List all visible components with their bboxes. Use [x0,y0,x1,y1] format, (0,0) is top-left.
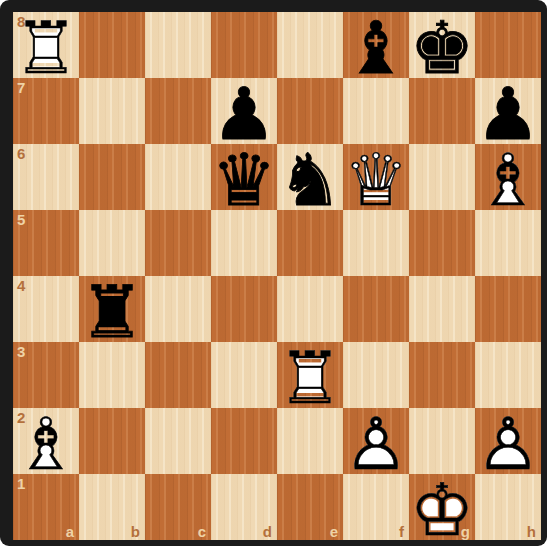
square-d5[interactable] [211,210,277,276]
square-e3[interactable]: ♜♖ [277,342,343,408]
white-rook[interactable]: ♜♖ [13,12,79,78]
square-a7[interactable]: 7 [13,78,79,144]
square-h3[interactable] [475,342,541,408]
white-bishop-glyph-fill: ♝ [13,411,79,477]
square-d1[interactable]: d [211,474,277,540]
square-h1[interactable]: h [475,474,541,540]
square-c4[interactable] [145,276,211,342]
white-bishop-glyph-fill: ♝ [475,147,541,213]
square-d2[interactable] [211,408,277,474]
white-rook-glyph-fill: ♜ [277,345,343,411]
black-bishop-glyph: ♝ [343,15,409,81]
rank-label-4: 4 [17,278,25,293]
square-d6[interactable]: ♛ [211,144,277,210]
white-king-glyph-outline: ♔ [409,477,475,543]
square-a6[interactable]: 6 [13,144,79,210]
square-c5[interactable] [145,210,211,276]
square-a8[interactable]: 8♜♖ [13,12,79,78]
chess-board-frame: 8♜♖♝♚7♟♟6♛♞♛♕♝♗54♜3♜♖2♝♗♟♙♟♙1abcdefg♚♔h [0,0,547,546]
square-f3[interactable] [343,342,409,408]
file-label-c: c [198,524,206,539]
white-rook[interactable]: ♜♖ [277,342,343,408]
square-c3[interactable] [145,342,211,408]
rank-label-3: 3 [17,344,25,359]
black-knight[interactable]: ♞ [277,144,343,210]
black-queen-glyph: ♛ [211,147,277,213]
square-c8[interactable] [145,12,211,78]
white-pawn-glyph-fill: ♟ [343,411,409,477]
file-label-h: h [527,524,536,539]
square-a2[interactable]: 2♝♗ [13,408,79,474]
square-f6[interactable]: ♛♕ [343,144,409,210]
square-e1[interactable]: e [277,474,343,540]
square-a3[interactable]: 3 [13,342,79,408]
black-king-glyph: ♚ [409,15,475,81]
square-h8[interactable] [475,12,541,78]
rank-label-6: 6 [17,146,25,161]
square-h5[interactable] [475,210,541,276]
white-bishop-glyph-outline: ♗ [475,147,541,213]
white-queen-glyph-outline: ♕ [343,147,409,213]
black-pawn[interactable]: ♟ [475,78,541,144]
square-e5[interactable] [277,210,343,276]
black-rook-glyph: ♜ [79,279,145,345]
square-e6[interactable]: ♞ [277,144,343,210]
file-label-a: a [66,524,74,539]
square-g4[interactable] [409,276,475,342]
white-bishop[interactable]: ♝♗ [475,144,541,210]
square-c1[interactable]: c [145,474,211,540]
white-rook-glyph-outline: ♖ [277,345,343,411]
rank-label-7: 7 [17,80,25,95]
white-pawn-glyph-outline: ♙ [343,411,409,477]
square-c7[interactable] [145,78,211,144]
square-h6[interactable]: ♝♗ [475,144,541,210]
square-c6[interactable] [145,144,211,210]
square-b1[interactable]: b [79,474,145,540]
square-d4[interactable] [211,276,277,342]
black-pawn[interactable]: ♟ [211,78,277,144]
square-a5[interactable]: 5 [13,210,79,276]
rank-label-1: 1 [17,476,25,491]
square-b3[interactable] [79,342,145,408]
square-g8[interactable]: ♚ [409,12,475,78]
square-b5[interactable] [79,210,145,276]
square-b8[interactable] [79,12,145,78]
square-h2[interactable]: ♟♙ [475,408,541,474]
square-e7[interactable] [277,78,343,144]
square-e4[interactable] [277,276,343,342]
square-f8[interactable]: ♝ [343,12,409,78]
file-label-d: d [263,524,272,539]
black-pawn-glyph: ♟ [475,81,541,147]
square-g2[interactable] [409,408,475,474]
square-a1[interactable]: 1a [13,474,79,540]
white-queen[interactable]: ♛♕ [343,144,409,210]
square-d3[interactable] [211,342,277,408]
square-a4[interactable]: 4 [13,276,79,342]
white-rook-glyph-outline: ♖ [13,15,79,81]
chess-board: 8♜♖♝♚7♟♟6♛♞♛♕♝♗54♜3♜♖2♝♗♟♙♟♙1abcdefg♚♔h [13,12,541,540]
square-h7[interactable]: ♟ [475,78,541,144]
square-d7[interactable]: ♟ [211,78,277,144]
file-label-f: f [399,524,404,539]
white-pawn[interactable]: ♟♙ [343,408,409,474]
square-g5[interactable] [409,210,475,276]
black-bishop[interactable]: ♝ [343,12,409,78]
white-bishop[interactable]: ♝♗ [13,408,79,474]
square-f7[interactable] [343,78,409,144]
file-label-b: b [131,524,140,539]
square-d8[interactable] [211,12,277,78]
square-g7[interactable] [409,78,475,144]
square-g3[interactable] [409,342,475,408]
file-label-e: e [330,524,338,539]
square-g6[interactable] [409,144,475,210]
white-pawn[interactable]: ♟♙ [475,408,541,474]
square-f2[interactable]: ♟♙ [343,408,409,474]
square-f1[interactable]: f [343,474,409,540]
white-pawn-glyph-outline: ♙ [475,411,541,477]
square-g1[interactable]: g♚♔ [409,474,475,540]
white-queen-glyph-fill: ♛ [343,147,409,213]
black-pawn-glyph: ♟ [211,81,277,147]
rank-label-5: 5 [17,212,25,227]
white-pawn-glyph-fill: ♟ [475,411,541,477]
square-b6[interactable] [79,144,145,210]
square-c2[interactable] [145,408,211,474]
square-b4[interactable]: ♜ [79,276,145,342]
square-h4[interactable] [475,276,541,342]
square-b2[interactable] [79,408,145,474]
white-king-glyph-fill: ♚ [409,477,475,543]
square-e2[interactable] [277,408,343,474]
black-queen[interactable]: ♛ [211,144,277,210]
square-f4[interactable] [343,276,409,342]
black-knight-glyph: ♞ [277,147,343,213]
square-e8[interactable] [277,12,343,78]
black-king[interactable]: ♚ [409,12,475,78]
white-rook-glyph-fill: ♜ [13,15,79,81]
white-bishop-glyph-outline: ♗ [13,411,79,477]
white-king[interactable]: ♚♔ [409,474,475,540]
black-rook[interactable]: ♜ [79,276,145,342]
square-b7[interactable] [79,78,145,144]
square-f5[interactable] [343,210,409,276]
